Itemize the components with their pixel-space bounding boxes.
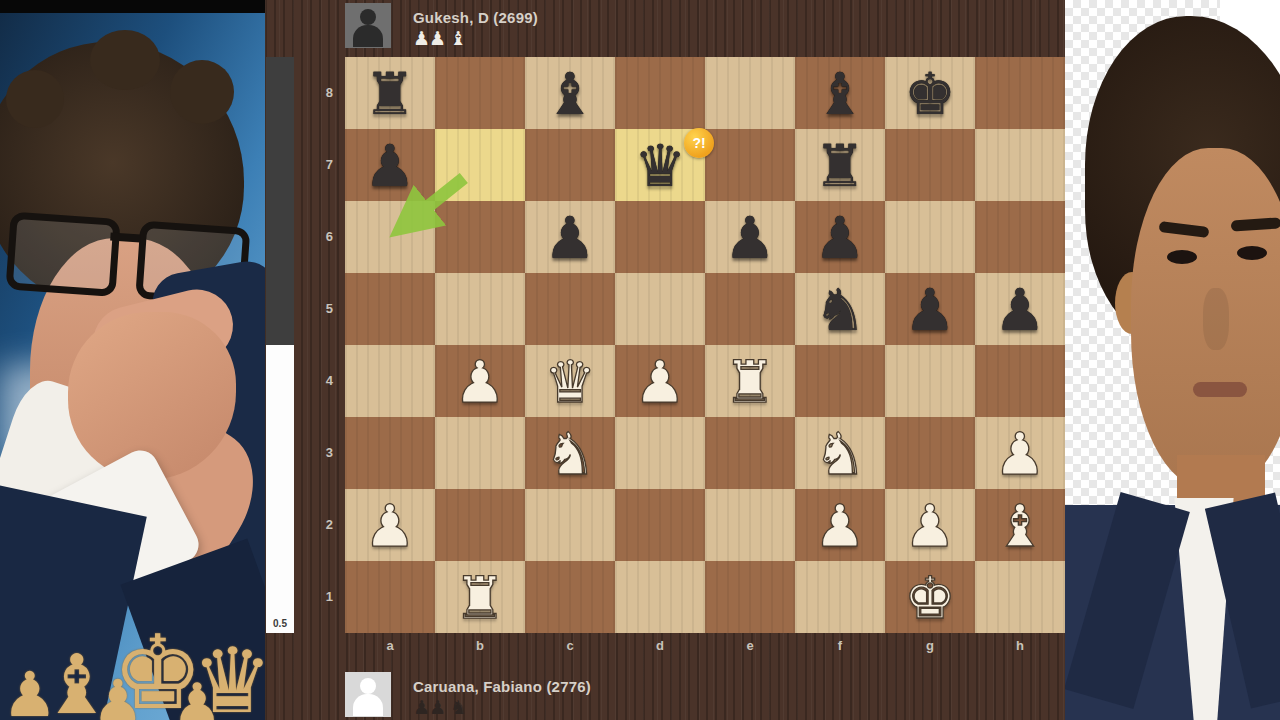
white-pawn-d4: ♟ <box>615 345 705 417</box>
bottom-player-avatar <box>345 672 391 717</box>
file-label-g: g <box>885 635 975 657</box>
avatar-head-icon <box>360 678 376 694</box>
square-d8[interactable] <box>615 57 705 129</box>
white-knight-c3: ♞ <box>525 417 615 489</box>
square-c1[interactable] <box>525 561 615 633</box>
square-a8[interactable]: ♜ <box>345 57 435 129</box>
white-bishop-h2: ♝ <box>975 489 1065 561</box>
foreground-chess-pieces: ♟ ♝ ♟ ♚ ♟ ♛ <box>0 570 265 720</box>
square-b7[interactable] <box>435 129 525 201</box>
bottom-player-bar: Caruana, Fabiano (2776) ♟♟ ♞ <box>345 672 1045 720</box>
square-h5[interactable]: ♟ <box>975 273 1065 345</box>
square-h6[interactable] <box>975 201 1065 273</box>
photo-fabiano-caruana: ♟ ♝ ♟ ♚ ♟ ♛ <box>0 0 265 720</box>
file-label-a: a <box>345 635 435 657</box>
square-e1[interactable] <box>705 561 795 633</box>
nose <box>1203 288 1229 350</box>
square-g8[interactable]: ♚ <box>885 57 975 129</box>
square-e3[interactable] <box>705 417 795 489</box>
square-b6[interactable] <box>435 201 525 273</box>
black-pawn-f6: ♟ <box>795 201 885 273</box>
glasses-lens <box>6 211 121 296</box>
square-c7[interactable] <box>525 129 615 201</box>
rank-label-7: 7 <box>295 129 339 201</box>
move-annotation-badge: ?! <box>684 128 714 158</box>
square-a7[interactable]: ♟ <box>345 129 435 201</box>
square-c6[interactable]: ♟ <box>525 201 615 273</box>
white-pawn-g2: ♟ <box>885 489 975 561</box>
square-h4[interactable] <box>975 345 1065 417</box>
rank-label-4: 4 <box>295 345 339 417</box>
avatar-body-icon <box>353 694 383 716</box>
square-a2[interactable]: ♟ <box>345 489 435 561</box>
top-player-bar: Gukesh, D (2699) ♟♟ ♝ <box>345 3 1045 53</box>
square-c4[interactable]: ♛ <box>525 345 615 417</box>
file-label-f: f <box>795 635 885 657</box>
eye <box>1237 246 1267 260</box>
square-a5[interactable] <box>345 273 435 345</box>
square-e2[interactable] <box>705 489 795 561</box>
square-d6[interactable] <box>615 201 705 273</box>
file-label-c: c <box>525 635 615 657</box>
square-f6[interactable]: ♟ <box>795 201 885 273</box>
black-knight-f5: ♞ <box>795 273 885 345</box>
chess-gui: Gukesh, D (2699) ♟♟ ♝ 0.5 87654321 ♜♝♝♚♟… <box>265 0 1065 720</box>
white-king-g1: ♚ <box>885 561 975 633</box>
square-g4[interactable] <box>885 345 975 417</box>
square-f4[interactable] <box>795 345 885 417</box>
square-f7[interactable]: ♜ <box>795 129 885 201</box>
avatar-head-icon <box>360 9 376 25</box>
black-pawn-c6: ♟ <box>525 201 615 273</box>
hair-curl <box>170 60 234 124</box>
square-b1[interactable]: ♜ <box>435 561 525 633</box>
square-d4[interactable]: ♟ <box>615 345 705 417</box>
square-c5[interactable] <box>525 273 615 345</box>
square-h2[interactable]: ♝ <box>975 489 1065 561</box>
white-pawn-h3: ♟ <box>975 417 1065 489</box>
white-pawn-b4: ♟ <box>435 345 525 417</box>
rank-label-2: 2 <box>295 489 339 561</box>
square-d3[interactable] <box>615 417 705 489</box>
hair-curl <box>90 30 160 90</box>
evaluation-value: 0.5 <box>266 618 294 629</box>
black-pawn-g5: ♟ <box>885 273 975 345</box>
square-b8[interactable] <box>435 57 525 129</box>
black-king-g8: ♚ <box>885 57 975 129</box>
square-g2[interactable]: ♟ <box>885 489 975 561</box>
avatar-body-icon <box>353 25 383 47</box>
square-d2[interactable] <box>615 489 705 561</box>
square-a6[interactable] <box>345 201 435 273</box>
square-a1[interactable] <box>345 561 435 633</box>
screenshot: ♟ ♝ ♟ ♚ ♟ ♛ Gukesh, D (2699) ♟♟ ♝ 0.5 87… <box>0 0 1280 720</box>
white-knight-f3: ♞ <box>795 417 885 489</box>
rank-label-5: 5 <box>295 273 339 345</box>
square-e5[interactable] <box>705 273 795 345</box>
file-label-b: b <box>435 635 525 657</box>
file-labels: abcdefgh <box>345 635 1065 657</box>
white-pawn-f2: ♟ <box>795 489 885 561</box>
square-c3[interactable]: ♞ <box>525 417 615 489</box>
square-b5[interactable] <box>435 273 525 345</box>
square-g3[interactable] <box>885 417 975 489</box>
square-h8[interactable] <box>975 57 1065 129</box>
black-rook-f7: ♜ <box>795 129 885 201</box>
square-h1[interactable] <box>975 561 1065 633</box>
top-player-avatar <box>345 3 391 48</box>
top-player-name: Gukesh, D (2699) <box>413 9 538 26</box>
evaluation-white-section: 0.5 <box>266 345 294 633</box>
square-c8[interactable]: ♝ <box>525 57 615 129</box>
square-e4[interactable]: ♜ <box>705 345 795 417</box>
square-h7[interactable] <box>975 129 1065 201</box>
rank-label-6: 6 <box>295 201 339 273</box>
white-queen-c4: ♛ <box>525 345 615 417</box>
square-e6[interactable]: ♟ <box>705 201 795 273</box>
square-a4[interactable] <box>345 345 435 417</box>
top-captured-pieces: ♟♟ ♝ <box>413 27 466 49</box>
white-pawn-a2: ♟ <box>345 489 435 561</box>
file-label-d: d <box>615 635 705 657</box>
lips <box>1193 382 1247 397</box>
square-f8[interactable]: ♝ <box>795 57 885 129</box>
white-rook-e4: ♜ <box>705 345 795 417</box>
black-rook-a8: ♜ <box>345 57 435 129</box>
photo-gukesh-d <box>1065 0 1280 720</box>
rank-label-8: 8 <box>295 57 339 129</box>
square-h3[interactable]: ♟ <box>975 417 1065 489</box>
square-d5[interactable] <box>615 273 705 345</box>
square-g7[interactable] <box>885 129 975 201</box>
bottom-player-name: Caruana, Fabiano (2776) <box>413 678 591 695</box>
file-label-e: e <box>705 635 795 657</box>
white-rook-b1: ♜ <box>435 561 525 633</box>
rank-labels: 87654321 <box>295 57 339 633</box>
black-bishop-f8: ♝ <box>795 57 885 129</box>
black-pawn-h5: ♟ <box>975 273 1065 345</box>
square-f3[interactable]: ♞ <box>795 417 885 489</box>
square-g1[interactable]: ♚ <box>885 561 975 633</box>
eye <box>1167 250 1197 264</box>
square-b4[interactable]: ♟ <box>435 345 525 417</box>
square-b3[interactable] <box>435 417 525 489</box>
queen-piece: ♛ <box>192 636 265 720</box>
file-label-h: h <box>975 635 1065 657</box>
rank-label-1: 1 <box>295 561 339 633</box>
square-g5[interactable]: ♟ <box>885 273 975 345</box>
square-f2[interactable]: ♟ <box>795 489 885 561</box>
black-pawn-a7: ♟ <box>345 129 435 201</box>
square-f1[interactable] <box>795 561 885 633</box>
square-d1[interactable] <box>615 561 705 633</box>
square-c2[interactable] <box>525 489 615 561</box>
evaluation-bar: 0.5 <box>266 57 294 633</box>
black-bishop-c8: ♝ <box>525 57 615 129</box>
square-a3[interactable] <box>345 417 435 489</box>
square-e7[interactable] <box>705 129 795 201</box>
hair-curl <box>6 70 64 128</box>
square-f5[interactable]: ♞ <box>795 273 885 345</box>
photo-top-band <box>0 0 265 13</box>
rank-label-3: 3 <box>295 417 339 489</box>
square-g6[interactable] <box>885 201 975 273</box>
black-pawn-e6: ♟ <box>705 201 795 273</box>
square-e8[interactable] <box>705 57 795 129</box>
bottom-captured-pieces: ♟♟ ♞ <box>413 696 466 718</box>
square-b2[interactable] <box>435 489 525 561</box>
